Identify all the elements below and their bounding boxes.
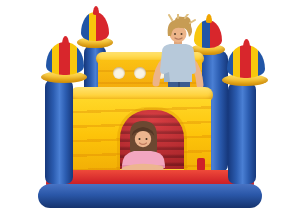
product-photo-bounce-castle — [0, 0, 300, 221]
tower-back-left-dome-tip — [93, 6, 99, 15]
child-boy-standing — [142, 14, 214, 98]
tower-back-left-dome — [81, 12, 109, 41]
boy-eye-right — [181, 33, 183, 35]
girl-eye-right — [146, 138, 148, 140]
tower-front-left-dome-tip — [62, 36, 69, 46]
tower-front-right-dome-tip — [243, 39, 250, 49]
girl-shirt — [122, 151, 165, 165]
tower-front-right-shaft — [228, 81, 256, 184]
boy-eye-left — [174, 33, 176, 35]
girl-eye-left — [139, 138, 141, 140]
tower-front-left-shaft — [45, 78, 73, 184]
tower-front-left-dome — [46, 42, 84, 75]
base-blue-tube — [38, 184, 262, 208]
tower-front-right-dome — [227, 45, 265, 78]
porthole-left — [113, 67, 125, 79]
